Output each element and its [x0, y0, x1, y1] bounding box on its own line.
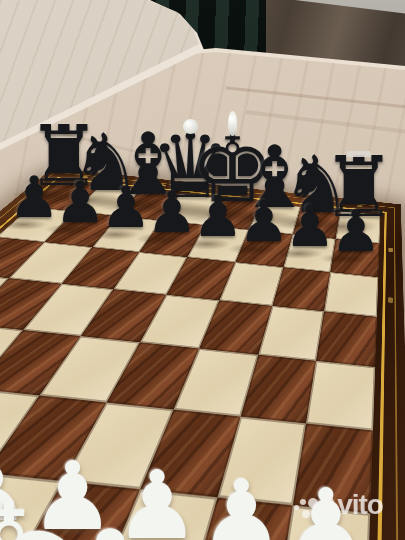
board-grid	[0, 181, 380, 540]
wood-grain-streak	[245, 110, 405, 134]
chess-board	[0, 168, 405, 540]
wood-grain-streak	[62, 132, 208, 171]
avito-watermark: Avito	[293, 489, 383, 521]
border-coordinate-mark	[160, 184, 166, 186]
watermark-text: Avito	[319, 489, 383, 521]
photo-scene: ♜♞♝♛♚♝♞♜♟♟♟♟♟♟♟♟♟♟♟♟♟♟♛♚♝♞♜ Avito	[0, 0, 405, 540]
avito-logo-dot	[300, 499, 306, 505]
avito-logo-icon	[293, 489, 319, 521]
square-h7	[331, 239, 380, 277]
border-coordinate-mark	[388, 247, 393, 252]
square-g7	[283, 234, 336, 272]
border-coordinate-mark	[121, 180, 128, 182]
avito-logo-dot	[302, 510, 310, 518]
border-coordinate-mark	[199, 188, 205, 190]
border-coordinate-mark	[388, 297, 393, 303]
avito-logo-dot	[294, 505, 299, 510]
square-h6	[324, 272, 378, 317]
border-coordinate-mark	[81, 176, 88, 178]
avito-logo-dot	[308, 498, 318, 508]
wood-grain-streak	[225, 86, 405, 108]
border-coordinate-mark	[239, 192, 245, 194]
square-h4	[306, 361, 375, 430]
border-coordinate-mark	[318, 201, 323, 203]
border-coordinate-mark	[278, 197, 284, 199]
square-g6	[272, 267, 331, 312]
square-h5	[316, 312, 377, 367]
border-coordinate-mark	[357, 205, 362, 207]
